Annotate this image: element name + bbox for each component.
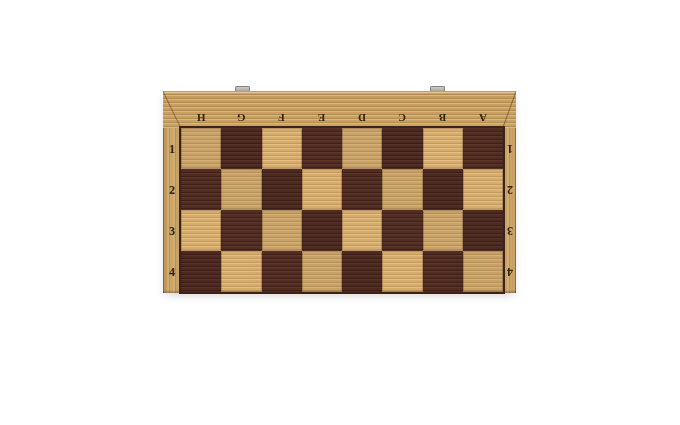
square-f3 — [262, 210, 302, 251]
square-b4 — [423, 251, 463, 292]
file-label-b: B — [423, 91, 463, 126]
square-c4 — [382, 251, 422, 292]
square-f1 — [262, 128, 302, 169]
square-h1 — [181, 128, 221, 169]
square-b2 — [423, 169, 463, 210]
square-g2 — [221, 169, 261, 210]
file-labels-row: HGFEDCBA — [181, 91, 503, 126]
folded-chessboard: HGFEDCBA 1234 1234 — [163, 91, 516, 293]
file-label-a: A — [463, 91, 503, 126]
square-a2 — [463, 169, 503, 210]
square-b1 — [423, 128, 463, 169]
file-label-f: F — [262, 91, 302, 126]
square-g3 — [221, 210, 261, 251]
square-e4 — [302, 251, 342, 292]
file-label-h: H — [181, 91, 221, 126]
file-label-e: E — [302, 91, 342, 126]
square-g1 — [221, 128, 261, 169]
square-d2 — [342, 169, 382, 210]
square-h2 — [181, 169, 221, 210]
file-label-g: G — [221, 91, 261, 126]
square-e3 — [302, 210, 342, 251]
square-c2 — [382, 169, 422, 210]
file-label-c: C — [382, 91, 422, 126]
square-d3 — [342, 210, 382, 251]
square-h4 — [181, 251, 221, 292]
square-c1 — [382, 128, 422, 169]
square-e1 — [302, 128, 342, 169]
file-label-d: D — [342, 91, 382, 126]
square-f2 — [262, 169, 302, 210]
square-b3 — [423, 210, 463, 251]
square-a1 — [463, 128, 503, 169]
square-d1 — [342, 128, 382, 169]
square-a3 — [463, 210, 503, 251]
product-photo-background: HGFEDCBA 1234 1234 — [0, 0, 680, 425]
square-d4 — [342, 251, 382, 292]
square-f4 — [262, 251, 302, 292]
fold-seam — [163, 290, 516, 293]
square-e2 — [302, 169, 342, 210]
square-a4 — [463, 251, 503, 292]
square-g4 — [221, 251, 261, 292]
board-grid — [179, 126, 505, 294]
square-c3 — [382, 210, 422, 251]
square-h3 — [181, 210, 221, 251]
